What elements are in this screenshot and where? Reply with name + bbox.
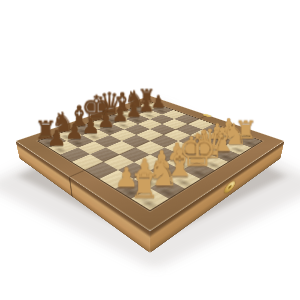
scene: ♜♞♝♛♚♝♞♜♟♟♟♟♟♟♟♟♟♟♟♟♟♟♟♟♜♞♝♛♚♝♞♜ [0, 0, 300, 300]
brass-latch [224, 179, 236, 195]
board-top: ♜♞♝♛♚♝♞♜♟♟♟♟♟♟♟♟♟♟♟♟♟♟♟♟♜♞♝♛♚♝♞♜ [16, 96, 285, 231]
brass-hinge [202, 114, 212, 118]
chess-board: ♜♞♝♛♚♝♞♜♟♟♟♟♟♟♟♟♟♟♟♟♟♟♟♟♜♞♝♛♚♝♞♜ [16, 96, 285, 231]
product-photo-stage: ♜♞♝♛♚♝♞♜♟♟♟♟♟♟♟♟♟♟♟♟♟♟♟♟♜♞♝♛♚♝♞♜ [0, 0, 300, 300]
fold-seam-side [69, 177, 73, 198]
piece-glyph: ♜ [124, 170, 164, 204]
piece-glyph: ♟ [41, 128, 72, 150]
